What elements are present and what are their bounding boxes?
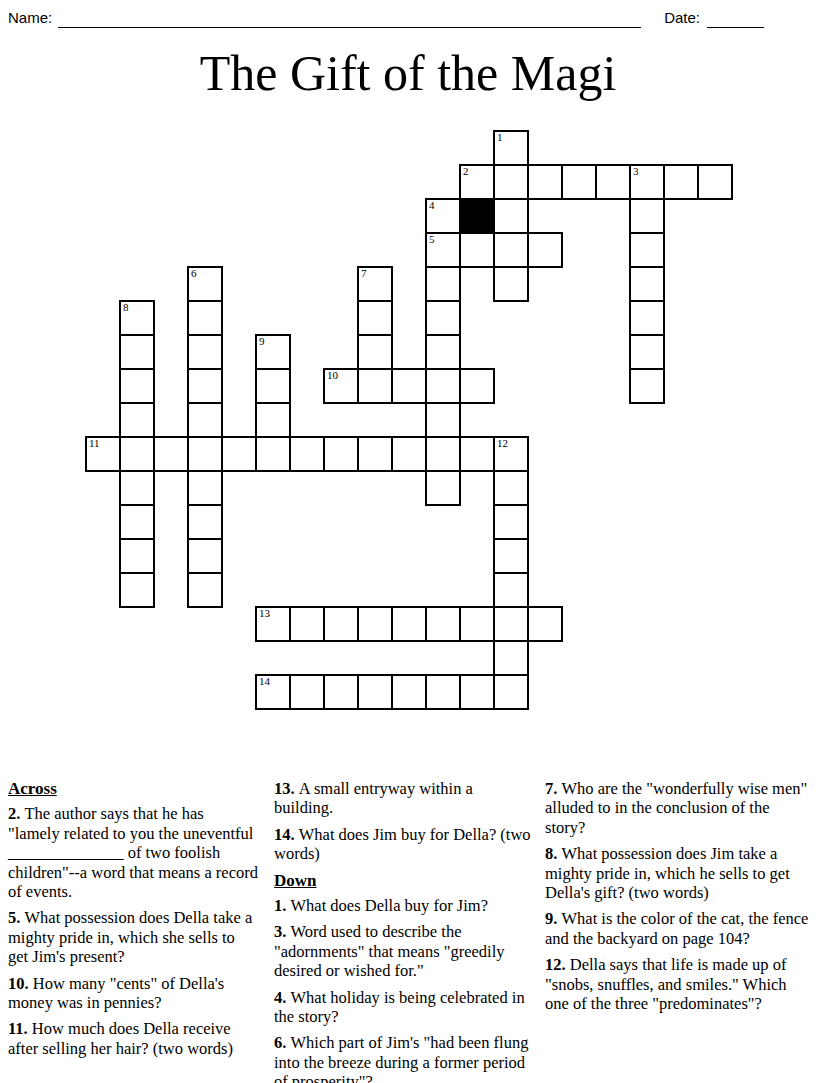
clue-number-label: 6.	[274, 1033, 291, 1052]
cell-number-6: 6	[191, 267, 197, 280]
grid-cell-r16c12[interactable]	[493, 674, 529, 710]
grid-cell-r10c12[interactable]	[493, 470, 529, 506]
grid-cell-r9c12[interactable]: 12	[493, 436, 529, 472]
grid-cell-r4c3[interactable]: 6	[187, 266, 223, 302]
date-label: Date:	[664, 7, 700, 28]
grid-cell-r16c6[interactable]	[289, 674, 325, 710]
grid-cell-r9c3[interactable]	[187, 436, 223, 472]
cell-number-10: 10	[327, 369, 338, 382]
clue-11: 11. How much does Della receive after se…	[8, 1019, 258, 1058]
clue-3: 3. Word used to describe the "adornments…	[274, 922, 531, 980]
grid-cell-r1c12[interactable]	[493, 164, 529, 200]
grid-cell-r9c10[interactable]	[425, 436, 461, 472]
grid-cell-r4c12[interactable]	[493, 266, 529, 302]
grid-cell-r6c8[interactable]	[357, 334, 393, 370]
grid-cell-r1c18[interactable]	[697, 164, 733, 200]
clue-1: 1. What does Della buy for Jim?	[274, 896, 531, 915]
grid-cell-r13c12[interactable]	[493, 572, 529, 608]
grid-cell-r3c16[interactable]	[629, 232, 665, 268]
clue-number-label: 4.	[274, 988, 291, 1007]
grid-cell-r12c3[interactable]	[187, 538, 223, 574]
clue-number-label: 3.	[274, 922, 291, 941]
grid-cell-r9c6[interactable]	[289, 436, 325, 472]
grid-cell-r14c6[interactable]	[289, 606, 325, 642]
grid-cell-r6c16[interactable]	[629, 334, 665, 370]
grid-cell-r11c3[interactable]	[187, 504, 223, 540]
clue-5: 5. What possession does Della take a mig…	[8, 908, 258, 966]
grid-cell-r10c10[interactable]	[425, 470, 461, 506]
blocked-cell-r2c11	[459, 198, 495, 234]
grid-cell-r10c3[interactable]	[187, 470, 223, 506]
grid-cell-r13c3[interactable]	[187, 572, 223, 608]
grid-cell-r8c5[interactable]	[255, 402, 291, 438]
clues-column-2: 13. A small entryway within a building.1…	[274, 779, 531, 1083]
grid-cell-r16c5[interactable]: 14	[255, 674, 291, 710]
grid-cell-r16c8[interactable]	[357, 674, 393, 710]
grid-cell-r2c10[interactable]: 4	[425, 198, 461, 234]
grid-cell-r3c13[interactable]	[527, 232, 563, 268]
clue-6: 6. Which part of Jim's "had been flung i…	[274, 1033, 531, 1083]
clue-number-label: 9.	[545, 909, 562, 928]
grid-cell-r9c7[interactable]	[323, 436, 359, 472]
grid-cell-r3c12[interactable]	[493, 232, 529, 268]
clue-number-label: 2.	[8, 804, 25, 823]
grid-cell-r16c10[interactable]	[425, 674, 461, 710]
grid-cell-r2c12[interactable]	[493, 198, 529, 234]
grid-cell-r5c3[interactable]	[187, 300, 223, 336]
grid-cell-r9c9[interactable]	[391, 436, 427, 472]
grid-cell-r5c10[interactable]	[425, 300, 461, 336]
date-blank-line[interactable]	[707, 6, 764, 28]
cell-number-5: 5	[429, 233, 435, 246]
grid-cell-r14c13[interactable]	[527, 606, 563, 642]
grid-cell-r4c16[interactable]	[629, 266, 665, 302]
name-label: Name:	[8, 7, 52, 28]
grid-cell-r7c1[interactable]	[119, 368, 155, 404]
grid-cell-r12c12[interactable]	[493, 538, 529, 574]
clue-4: 4. What holiday is being celebrated in t…	[274, 988, 531, 1027]
clue-9: 9. What is the color of the cat, the fen…	[545, 909, 809, 948]
clue-number-label: 11.	[8, 1019, 32, 1038]
clue-number-label: 7.	[545, 779, 562, 798]
grid-cell-r7c7[interactable]: 10	[323, 368, 359, 404]
grid-cell-r6c1[interactable]	[119, 334, 155, 370]
cell-number-13: 13	[259, 607, 270, 620]
across-header: Across	[8, 779, 258, 798]
clue-number-label: 5.	[8, 908, 25, 927]
puzzle-title: The Gift of the Magi	[0, 44, 816, 102]
grid-cell-r5c1[interactable]: 8	[119, 300, 155, 336]
grid-cell-r8c1[interactable]	[119, 402, 155, 438]
grid-cell-r9c0[interactable]: 11	[85, 436, 121, 472]
grid-cell-r2c16[interactable]	[629, 198, 665, 234]
down-header: Down	[274, 871, 531, 890]
grid-cell-r13c1[interactable]	[119, 572, 155, 608]
grid-cell-r9c1[interactable]	[119, 436, 155, 472]
cell-number-8: 8	[123, 301, 129, 314]
clue-number-label: 10.	[8, 974, 33, 993]
clue-number-label: 13.	[274, 779, 299, 798]
clue-14: 14. What does Jim buy for Della? (two wo…	[274, 825, 531, 864]
grid-cell-r14c5[interactable]: 13	[255, 606, 291, 642]
grid-cell-r9c2[interactable]	[153, 436, 189, 472]
grid-cell-r16c11[interactable]	[459, 674, 495, 710]
grid-cell-r7c16[interactable]	[629, 368, 665, 404]
grid-cell-r7c3[interactable]	[187, 368, 223, 404]
grid-cell-r1c14[interactable]	[561, 164, 597, 200]
clue-13: 13. A small entryway within a building.	[274, 779, 531, 818]
crossword-grid: 1234567891011121314	[85, 130, 733, 710]
grid-cell-r8c10[interactable]	[425, 402, 461, 438]
grid-cell-r9c5[interactable]	[255, 436, 291, 472]
grid-cell-r9c11[interactable]	[459, 436, 495, 472]
name-blank-line[interactable]	[58, 6, 641, 28]
grid-cell-r14c9[interactable]	[391, 606, 427, 642]
cell-number-7: 7	[361, 267, 367, 280]
grid-cell-r9c8[interactable]	[357, 436, 393, 472]
clues-column-3: 7. Who are the "wonderfully wise men" al…	[545, 779, 809, 1020]
grid-cell-r7c9[interactable]	[391, 368, 427, 404]
grid-cell-r4c8[interactable]: 7	[357, 266, 393, 302]
grid-cell-r6c10[interactable]	[425, 334, 461, 370]
grid-cell-r5c16[interactable]	[629, 300, 665, 336]
grid-cell-r7c11[interactable]	[459, 368, 495, 404]
cell-number-14: 14	[259, 675, 270, 688]
grid-cell-r7c8[interactable]	[357, 368, 393, 404]
grid-cell-r14c10[interactable]	[425, 606, 461, 642]
grid-cell-r0c12[interactable]: 1	[493, 130, 529, 166]
clue-12: 12. Della says that life is made up of "…	[545, 955, 809, 1013]
grid-cell-r14c11[interactable]	[459, 606, 495, 642]
grid-cell-r6c5[interactable]: 9	[255, 334, 291, 370]
grid-cell-r11c12[interactable]	[493, 504, 529, 540]
clue-8: 8. What possession does Jim take a might…	[545, 844, 809, 902]
grid-cell-r1c11[interactable]: 2	[459, 164, 495, 200]
cell-number-1: 1	[497, 131, 503, 144]
grid-cell-r14c8[interactable]	[357, 606, 393, 642]
grid-cell-r12c1[interactable]	[119, 538, 155, 574]
grid-cell-r9c4[interactable]	[221, 436, 257, 472]
grid-cell-r6c3[interactable]	[187, 334, 223, 370]
cell-number-3: 3	[633, 165, 639, 178]
grid-cell-r1c15[interactable]	[595, 164, 631, 200]
grid-cell-r16c7[interactable]	[323, 674, 359, 710]
cell-number-12: 12	[497, 437, 508, 450]
grid-cell-r8c3[interactable]	[187, 402, 223, 438]
clue-number-label: 8.	[545, 844, 562, 863]
clue-10: 10. How many "cents" of Della's money wa…	[8, 974, 258, 1013]
grid-cell-r16c9[interactable]	[391, 674, 427, 710]
grid-cell-r7c5[interactable]	[255, 368, 291, 404]
cell-number-9: 9	[259, 335, 265, 348]
grid-cell-r1c16[interactable]: 3	[629, 164, 665, 200]
grid-cell-r15c12[interactable]	[493, 640, 529, 676]
grid-cell-r10c1[interactable]	[119, 470, 155, 506]
grid-cell-r14c12[interactable]	[493, 606, 529, 642]
clue-number-label: 1.	[274, 896, 291, 915]
grid-cell-r11c1[interactable]	[119, 504, 155, 540]
worksheet-header: Name: Date:	[8, 6, 808, 28]
grid-cell-r7c10[interactable]	[425, 368, 461, 404]
grid-cell-r3c11[interactable]	[459, 232, 495, 268]
clue-number-label: 14.	[274, 825, 299, 844]
clue-7: 7. Who are the "wonderfully wise men" al…	[545, 779, 809, 837]
grid-cell-r4c10[interactable]	[425, 266, 461, 302]
cell-number-4: 4	[429, 199, 435, 212]
clue-number-label: 12.	[545, 955, 570, 974]
grid-cell-r5c8[interactable]	[357, 300, 393, 336]
grid-cell-r1c13[interactable]	[527, 164, 563, 200]
grid-cell-r3c10[interactable]: 5	[425, 232, 461, 268]
cell-number-2: 2	[463, 165, 469, 178]
cell-number-11: 11	[89, 437, 100, 450]
clue-2: 2. The author says that he has "lamely r…	[8, 804, 258, 901]
grid-cell-r1c17[interactable]	[663, 164, 699, 200]
clues-column-1: Across2. The author says that he has "la…	[8, 779, 258, 1065]
grid-cell-r14c7[interactable]	[323, 606, 359, 642]
